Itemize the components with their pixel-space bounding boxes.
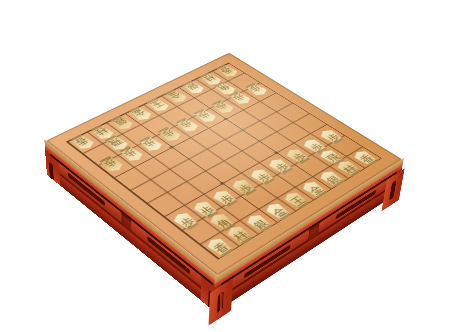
piece-bishop: 角 xyxy=(206,211,240,234)
leg-slot xyxy=(389,180,397,201)
piece-kanji: 歩 xyxy=(291,152,309,163)
piece-kanji: 飛 xyxy=(106,137,124,148)
piece-kanji: 銀 xyxy=(325,174,343,186)
piece-kanji: 歩 xyxy=(198,204,217,216)
piece-kanji: 香 xyxy=(212,242,232,255)
piece-pawn: 歩 xyxy=(135,135,166,154)
piece-lance: 香 xyxy=(350,148,381,167)
piece-pawn: 歩 xyxy=(228,177,260,198)
piece-kanji: 角 xyxy=(215,217,234,230)
piece-pawn: 歩 xyxy=(154,125,185,144)
piece-kanji: 桂 xyxy=(92,126,109,136)
piece-kanji: 金 xyxy=(270,206,289,218)
piece-kanji: 香 xyxy=(218,66,234,75)
piece-kanji: 桂 xyxy=(232,230,251,243)
leg-slot xyxy=(49,161,54,183)
piece-kanji: 桂 xyxy=(201,74,217,83)
drawer-front xyxy=(53,158,122,223)
piece-kanji: 歩 xyxy=(325,132,342,142)
piece-knight: 桂 xyxy=(333,158,365,178)
piece-kanji: 歩 xyxy=(230,92,247,102)
piece-kanji: 銀 xyxy=(184,82,200,91)
piece-silver: 銀 xyxy=(179,79,208,96)
piece-gold: 金 xyxy=(261,200,294,222)
piece-silver: 銀 xyxy=(316,168,348,188)
piece-knight: 桂 xyxy=(223,223,257,246)
piece-kanji: 銀 xyxy=(251,218,270,231)
piece-kanji: 歩 xyxy=(140,138,158,149)
piece-silver: 銀 xyxy=(107,114,137,132)
piece-kanji: 歩 xyxy=(213,101,230,111)
piece-kanji: 香 xyxy=(72,136,90,147)
piece-kanji: 飛 xyxy=(325,153,343,164)
piece-kanji: 歩 xyxy=(308,142,325,153)
piece-pawn: 歩 xyxy=(189,198,222,220)
piece-kanji: 歩 xyxy=(255,172,273,184)
piece-pawn: 歩 xyxy=(242,81,271,98)
piece-kanji: 歩 xyxy=(273,162,291,173)
piece-pawn: 歩 xyxy=(116,144,147,163)
piece-pawn: 歩 xyxy=(316,127,346,145)
piece-pawn: 歩 xyxy=(208,98,237,115)
piece-kanji: 銀 xyxy=(112,117,129,127)
shogi-set-photo: 香桂銀金玉金銀桂香飛角歩歩歩歩歩歩歩歩歩歩歩歩歩歩歩歩歩歩角飛香桂銀金王金銀桂香 xyxy=(0,0,450,332)
piece-kanji: 香 xyxy=(358,154,376,165)
piece-silver: 銀 xyxy=(242,212,276,235)
piece-kanji: 金 xyxy=(167,90,184,100)
piece-gold: 金 xyxy=(298,179,330,200)
piece-pawn: 歩 xyxy=(191,107,221,125)
piece-lance: 香 xyxy=(67,133,98,152)
piece-kanji: 歩 xyxy=(101,157,119,168)
piece-kanji: 歩 xyxy=(159,128,176,138)
piece-kanji: 歩 xyxy=(196,110,213,120)
piece-king: 玉 xyxy=(144,96,173,113)
piece-gold: 金 xyxy=(162,88,191,105)
piece-lance: 香 xyxy=(213,63,241,79)
piece-kanji: 王 xyxy=(289,195,308,207)
piece-pawn: 歩 xyxy=(264,156,296,176)
piece-kanji: 歩 xyxy=(178,119,195,129)
piece-kanji: 歩 xyxy=(178,216,197,229)
piece-kanji: 歩 xyxy=(247,84,263,93)
piece-pawn: 歩 xyxy=(169,210,203,233)
piece-kanji: 歩 xyxy=(217,193,236,205)
piece-pawn: 歩 xyxy=(246,166,278,186)
piece-kanji: 金 xyxy=(307,184,325,196)
piece-kanji: 金 xyxy=(130,108,147,118)
piece-pawn: 歩 xyxy=(173,116,203,134)
piece-pawn: 歩 xyxy=(209,187,242,208)
piece-kanji: 角 xyxy=(216,83,232,92)
piece-pawn: 歩 xyxy=(96,154,128,174)
piece-kanji: 玉 xyxy=(149,99,166,109)
piece-pawn: 歩 xyxy=(282,146,313,165)
shogi-board: 香桂銀金玉金銀桂香飛角歩歩歩歩歩歩歩歩歩歩歩歩歩歩歩歩歩歩角飛香桂銀金王金銀桂香 xyxy=(46,53,402,276)
piece-lance: 香 xyxy=(202,235,237,259)
piece-kanji: 桂 xyxy=(342,164,360,175)
piece-king: 王 xyxy=(280,189,313,210)
piece-kanji: 歩 xyxy=(236,183,254,195)
piece-kanji: 歩 xyxy=(121,147,139,158)
piece-gold: 金 xyxy=(125,105,155,123)
